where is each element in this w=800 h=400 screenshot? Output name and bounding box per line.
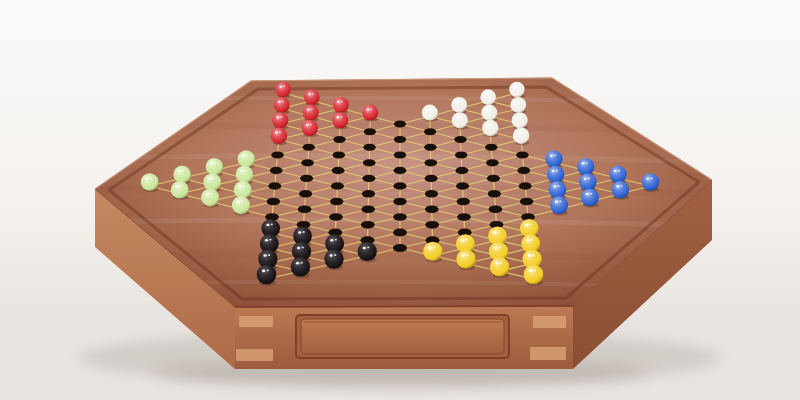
specular-highlight [430, 108, 432, 110]
specular-highlight [208, 178, 211, 180]
marble-sphere [238, 150, 255, 167]
marble-sphere [480, 89, 496, 105]
hole-empty[interactable] [487, 175, 500, 182]
finger-joint [239, 316, 273, 327]
marble-sphere [579, 173, 597, 191]
marble-sphere [271, 127, 288, 144]
hole-empty[interactable] [393, 198, 406, 206]
specular-highlight [297, 247, 300, 250]
specular-highlight [495, 262, 498, 265]
specular-highlight [521, 132, 523, 134]
specular-highlight [277, 116, 280, 118]
specular-highlight [303, 231, 305, 233]
hole-empty[interactable] [363, 144, 376, 151]
marble-green[interactable] [171, 181, 189, 200]
marble-sphere [513, 127, 530, 144]
specular-highlight [534, 269, 536, 271]
specular-highlight [283, 85, 285, 87]
specular-highlight [461, 239, 464, 241]
hole-empty[interactable] [455, 151, 468, 158]
specular-highlight [262, 270, 265, 273]
specular-highlight [584, 178, 587, 180]
hole-empty[interactable] [488, 190, 501, 197]
specular-highlight [488, 93, 490, 95]
marble-sphere [362, 105, 378, 121]
specular-highlight [212, 177, 214, 179]
hole-empty[interactable] [329, 213, 343, 221]
specular-highlight [614, 170, 617, 172]
specular-highlight [244, 170, 246, 172]
marble-sphere [201, 188, 219, 206]
hole-empty[interactable] [361, 221, 375, 229]
marble-sphere [275, 82, 290, 97]
hole-empty[interactable] [486, 159, 499, 166]
marble-sphere [358, 242, 377, 261]
marble-blue[interactable] [550, 196, 568, 215]
marble-sphere [611, 181, 629, 199]
hole-empty[interactable] [331, 182, 344, 189]
specular-highlight [240, 170, 243, 172]
hole-empty[interactable] [271, 151, 284, 158]
marble-sphere [236, 166, 253, 183]
specular-highlight [308, 93, 311, 95]
specular-highlight [426, 109, 429, 111]
specular-highlight [618, 170, 620, 172]
marble-sphere [482, 120, 498, 136]
specular-highlight [206, 193, 209, 195]
specular-highlight [278, 101, 281, 103]
marble-sphere [333, 97, 349, 113]
specular-highlight [178, 170, 181, 172]
specular-highlight [243, 185, 245, 187]
specular-highlight [367, 246, 369, 248]
specular-highlight [517, 85, 519, 87]
hole-empty[interactable] [425, 190, 438, 197]
marble-green[interactable] [232, 196, 250, 215]
specular-highlight [300, 262, 302, 264]
specular-highlight [531, 239, 533, 241]
marble-sphere [451, 97, 467, 113]
specular-highlight [210, 162, 213, 164]
finger-joint [530, 347, 566, 360]
marble-sphere [232, 196, 250, 214]
marble-green[interactable] [141, 173, 159, 192]
specular-highlight [180, 185, 182, 187]
hole-empty[interactable] [393, 182, 406, 189]
marble-white[interactable] [513, 127, 530, 145]
hole-empty[interactable] [454, 136, 466, 143]
marble-yellow[interactable] [456, 249, 475, 270]
specular-highlight [525, 224, 528, 226]
specular-highlight [433, 246, 435, 248]
marble-black[interactable] [358, 242, 377, 263]
marble-sphere [547, 166, 564, 183]
specular-highlight [330, 239, 333, 241]
specular-highlight [586, 193, 589, 195]
hole-empty[interactable] [394, 136, 406, 143]
chinese-checkers-photo [0, 0, 800, 400]
marble-yellow[interactable] [524, 265, 544, 286]
specular-highlight [494, 247, 497, 250]
hole-empty[interactable] [332, 167, 345, 174]
specular-highlight [489, 108, 491, 110]
specular-highlight [336, 116, 339, 118]
specular-highlight [487, 124, 490, 126]
hole-empty[interactable] [424, 159, 437, 166]
specular-highlight [526, 239, 529, 241]
marble-sphere [512, 112, 528, 128]
specular-highlight [302, 246, 304, 248]
marble-black[interactable] [291, 257, 311, 278]
specular-highlight [455, 101, 458, 103]
specular-highlight [460, 116, 462, 118]
specular-highlight [616, 185, 619, 187]
hole-empty[interactable] [425, 221, 439, 229]
marble-sphere [550, 196, 568, 214]
specular-highlight [550, 155, 553, 157]
marble-white[interactable] [482, 120, 498, 137]
hole-empty[interactable] [362, 175, 375, 182]
specular-highlight [279, 132, 281, 134]
specular-highlight [267, 269, 269, 271]
marble-red[interactable] [302, 120, 318, 137]
specular-highlight [456, 116, 459, 118]
marble-yellow[interactable] [490, 257, 510, 278]
hole-empty[interactable] [425, 205, 439, 213]
specular-highlight [553, 185, 556, 187]
specular-highlight [428, 247, 431, 250]
hole-empty[interactable] [489, 205, 503, 213]
specular-highlight [465, 239, 467, 241]
specular-highlight [493, 231, 496, 233]
specular-highlight [242, 155, 245, 157]
marble-sphere [141, 173, 159, 191]
hole-empty[interactable] [394, 121, 406, 128]
specular-highlight [282, 101, 284, 103]
specular-highlight [150, 177, 152, 179]
specular-highlight [646, 178, 649, 180]
marble-sphere [577, 158, 594, 175]
specular-highlight [296, 262, 299, 265]
marble-sphere [581, 188, 599, 206]
specular-highlight [500, 262, 502, 264]
marble-sphere [171, 181, 189, 199]
specular-highlight [269, 239, 271, 241]
specular-highlight [462, 254, 465, 257]
specular-highlight [238, 185, 241, 187]
finger-joint [236, 349, 273, 361]
specular-highlight [498, 231, 500, 233]
hole-empty[interactable] [516, 151, 529, 158]
marble-sphere [234, 181, 252, 199]
hole-empty[interactable] [363, 159, 376, 166]
specular-highlight [557, 185, 559, 187]
hole-empty[interactable] [394, 151, 407, 158]
marble-sphere [203, 173, 221, 191]
specular-highlight [486, 109, 489, 111]
specular-highlight [555, 201, 558, 203]
specular-highlight [370, 108, 372, 110]
specular-highlight [263, 254, 266, 257]
marble-sphere [272, 112, 288, 128]
specular-highlight [517, 132, 520, 134]
specular-highlight [520, 116, 522, 118]
hole-empty[interactable] [457, 198, 470, 206]
hole-empty[interactable] [393, 244, 407, 252]
specular-highlight [650, 177, 652, 179]
specular-highlight [466, 254, 468, 256]
specular-highlight [363, 247, 366, 250]
hole-empty[interactable] [457, 213, 471, 221]
marble-black[interactable] [324, 249, 343, 270]
hole-empty[interactable] [267, 198, 280, 206]
specular-highlight [559, 200, 561, 202]
specular-highlight [279, 86, 282, 88]
specular-highlight [516, 116, 519, 118]
marble-sphere [304, 89, 320, 105]
marble-sphere [422, 105, 438, 121]
specular-highlight [310, 124, 312, 126]
marble-red[interactable] [271, 127, 288, 145]
specular-highlight [312, 93, 314, 95]
hole-empty[interactable] [301, 159, 314, 166]
specular-highlight [518, 101, 520, 103]
hole-empty[interactable] [520, 198, 533, 206]
specular-highlight [554, 154, 556, 156]
hole-empty[interactable] [362, 190, 375, 197]
specular-highlight [499, 246, 501, 248]
hole-empty[interactable] [455, 167, 468, 174]
marble-sphere [291, 257, 311, 277]
hole-empty[interactable] [393, 229, 407, 237]
specular-highlight [298, 231, 301, 233]
hole-empty[interactable] [298, 205, 312, 213]
specular-highlight [529, 270, 532, 273]
marble-blue[interactable] [581, 188, 599, 207]
hole-empty[interactable] [394, 167, 407, 174]
hole-empty[interactable] [456, 182, 469, 189]
marble-sphere [452, 112, 468, 128]
marble-blue[interactable] [642, 173, 660, 192]
specular-highlight [146, 178, 149, 180]
hole-empty[interactable] [519, 182, 532, 189]
hole-empty[interactable] [302, 144, 315, 151]
specular-highlight [513, 86, 516, 88]
specular-highlight [214, 162, 216, 164]
hole-empty[interactable] [333, 136, 345, 143]
specular-highlight [266, 224, 269, 226]
hole-empty[interactable] [517, 167, 530, 174]
specular-highlight [367, 109, 370, 111]
marble-sphere [545, 150, 562, 167]
marble-sphere [324, 249, 343, 268]
marble-sphere [481, 105, 497, 121]
specular-highlight [307, 109, 310, 111]
specular-highlight [335, 239, 337, 241]
specular-highlight [306, 124, 309, 126]
specular-highlight [588, 177, 590, 179]
specular-highlight [182, 170, 184, 172]
specular-highlight [210, 193, 212, 195]
specular-highlight [459, 101, 461, 103]
specular-highlight [246, 154, 248, 156]
specular-highlight [582, 162, 585, 164]
specular-highlight [275, 132, 278, 134]
marble-sphere [456, 249, 475, 268]
specular-highlight [337, 101, 340, 103]
marble-sphere [509, 82, 524, 97]
hole-empty[interactable] [332, 151, 345, 158]
specular-highlight [237, 201, 240, 203]
specular-highlight [528, 254, 531, 257]
marble-sphere [302, 120, 318, 136]
finger-joint [533, 316, 566, 328]
specular-highlight [586, 162, 588, 164]
specular-highlight [529, 223, 531, 225]
marble-sphere [332, 112, 348, 128]
specular-highlight [280, 116, 282, 118]
hole-empty[interactable] [424, 128, 436, 135]
marble-black[interactable] [257, 265, 277, 286]
hole-empty[interactable] [299, 190, 312, 197]
specular-highlight [334, 254, 336, 256]
marble-sphere [206, 158, 223, 175]
specular-highlight [552, 170, 555, 172]
marble-green[interactable] [201, 188, 219, 207]
marble-sphere [524, 265, 544, 285]
marble-sphere [274, 97, 290, 113]
marble-sphere [303, 105, 319, 121]
marble-sphere [549, 181, 567, 199]
hole-empty[interactable] [485, 144, 498, 151]
hole-empty[interactable] [300, 175, 313, 182]
hole-empty[interactable] [361, 205, 375, 213]
hole-empty[interactable] [268, 182, 281, 189]
specular-highlight [490, 124, 492, 126]
specular-highlight [268, 254, 270, 256]
specular-highlight [515, 101, 518, 103]
hole-empty[interactable] [364, 128, 376, 135]
specular-highlight [620, 185, 622, 187]
marble-sphere [490, 257, 510, 277]
marble-blue[interactable] [611, 181, 629, 200]
hole-empty[interactable] [424, 144, 437, 151]
marble-sphere [609, 166, 626, 183]
hole-empty[interactable] [425, 175, 438, 182]
specular-highlight [590, 193, 592, 195]
specular-highlight [265, 239, 268, 241]
specular-highlight [532, 254, 534, 256]
specular-highlight [311, 108, 313, 110]
board-front-edge [235, 306, 573, 307]
marble-sphere [173, 166, 190, 183]
marble-sphere [423, 242, 442, 261]
marble-sphere [642, 173, 660, 191]
marble-yellow[interactable] [423, 242, 442, 263]
specular-highlight [241, 200, 243, 202]
specular-highlight [485, 93, 488, 95]
specular-highlight [341, 101, 343, 103]
hole-empty[interactable] [393, 213, 407, 221]
specular-highlight [271, 223, 273, 225]
specular-highlight [340, 116, 342, 118]
specular-highlight [329, 254, 332, 257]
drawer-front[interactable] [301, 319, 504, 354]
hole-empty[interactable] [330, 198, 343, 206]
marble-sphere [257, 265, 277, 285]
hole-empty[interactable] [270, 167, 283, 174]
marble-sphere [510, 97, 526, 113]
specular-highlight [556, 170, 558, 172]
specular-highlight [176, 185, 179, 187]
